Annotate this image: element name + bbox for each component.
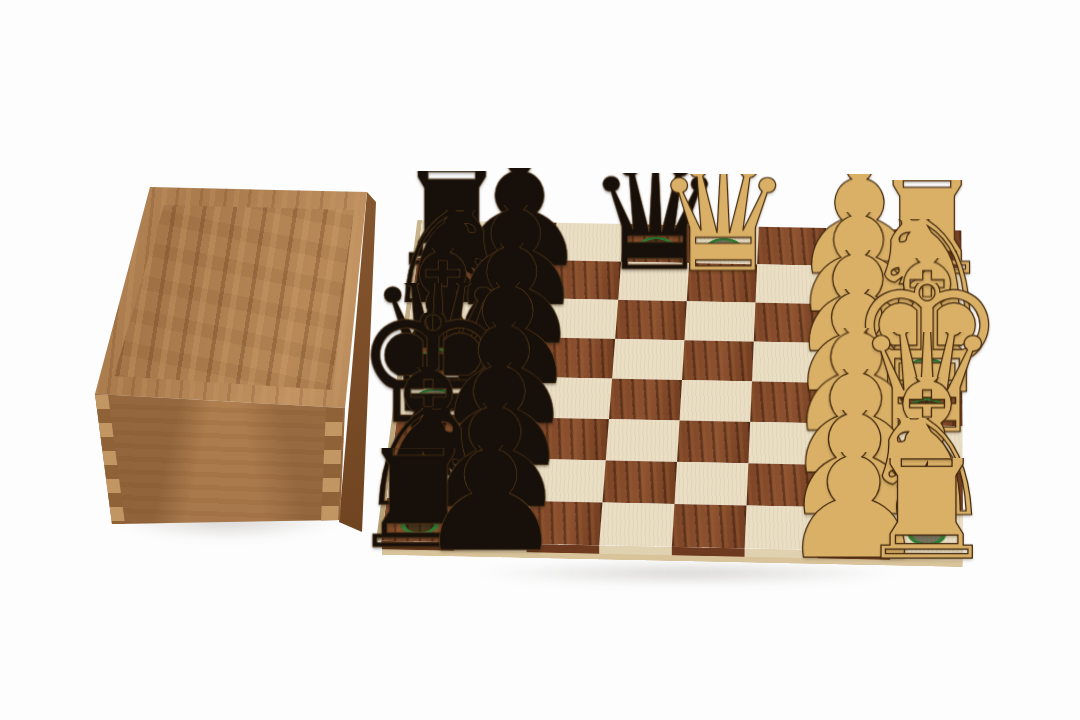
square-d2 [602, 460, 677, 504]
square-e5 [682, 340, 754, 381]
square-e6 [684, 301, 755, 341]
chess-board: ♜♟♛♛♟♜♞♟♟♞♝♟♟♝♛♟♟♚♚♟♟♛♝♟♟♝♞♟♟♞♜♟♟♜ [381, 220, 963, 553]
finger-joints-left [91, 395, 125, 525]
square-d1 [599, 502, 674, 546]
square-d7 [618, 262, 689, 302]
square-b1: ♟ [454, 499, 531, 543]
square-e7 [687, 263, 757, 303]
square-e2 [674, 462, 748, 506]
piece-white-rook: ♜ [828, 458, 1026, 547]
square-d3 [606, 419, 680, 462]
product-photo-scene: ♜♟♛♛♟♜♞♟♟♞♝♟♟♝♛♟♟♚♚♟♟♛♝♟♟♝♞♟♟♞♜♟♟♜ [0, 0, 1080, 720]
chessboard-3d: ♜♟♛♛♟♜♞♟♟♞♝♟♟♝♛♟♟♚♚♟♟♛♝♟♟♝♞♟♟♞♜♟♟♜ [381, 220, 963, 553]
square-d5 [612, 339, 684, 380]
square-d6 [615, 300, 687, 340]
square-h1: ♜ [890, 508, 963, 553]
square-e1 [672, 504, 747, 548]
square-e4 [680, 380, 752, 422]
square-d4 [609, 379, 682, 421]
piece-black-pawn: ♟ [392, 445, 589, 539]
square-e8: ♛ [689, 225, 759, 264]
square-e3 [677, 421, 750, 464]
